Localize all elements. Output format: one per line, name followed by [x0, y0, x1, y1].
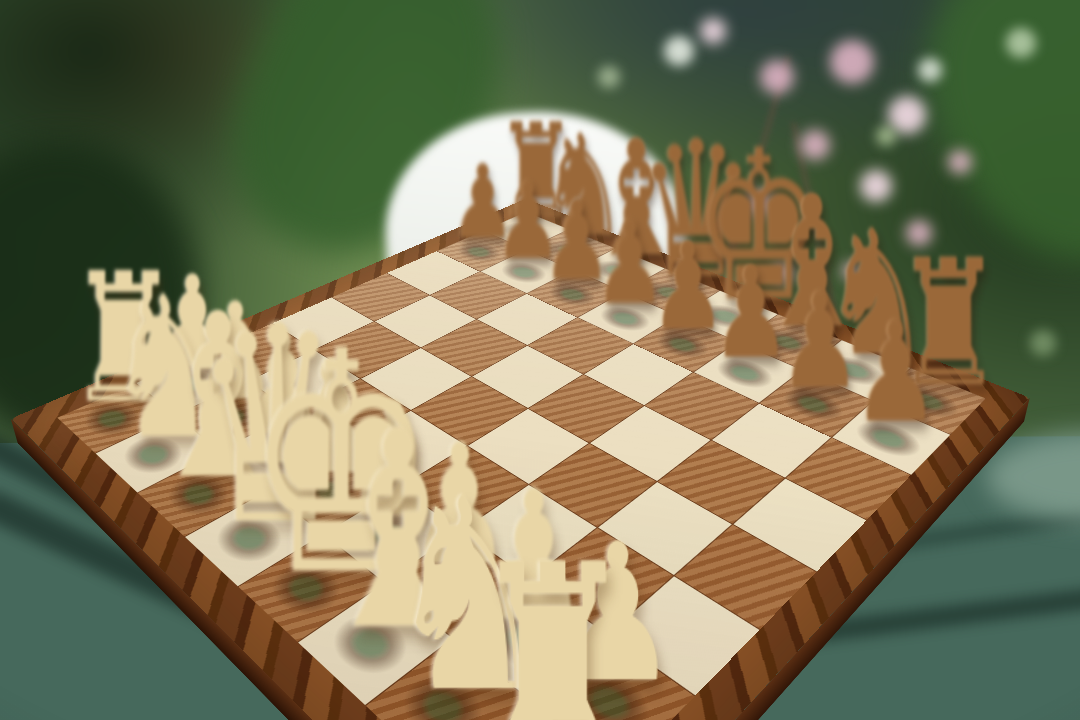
board-perspective-wrapper: ♜♞♝♛♚♝♞♜♟♟♟♟♟♟♟♟♟♟♟♟♟♟♟♟♜♞♝♛♚♝♞♜ [0, 0, 1080, 720]
chessboard-frame: ♜♞♝♛♚♝♞♜♟♟♟♟♟♟♟♟♟♟♟♟♟♟♟♟♜♞♝♛♚♝♞♜ [11, 199, 1030, 720]
white-rook-icon: ♜ [467, 529, 637, 720]
garden-scene: ♜♞♝♛♚♝♞♜♟♟♟♟♟♟♟♟♟♟♟♟♟♟♟♟♜♞♝♛♚♝♞♜ [0, 0, 1080, 720]
black-pawn-icon: ♟ [853, 304, 940, 442]
board-squares: ♜♞♝♛♚♝♞♜♟♟♟♟♟♟♟♟♟♟♟♟♟♟♟♟♜♞♝♛♚♝♞♜ [57, 212, 985, 720]
black-pawn-icon: ♟ [779, 276, 862, 408]
square-h1: ♜ [444, 702, 620, 720]
